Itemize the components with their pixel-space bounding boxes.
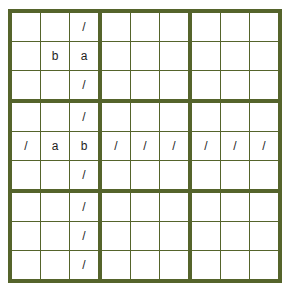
cell-r3c5[interactable] [131,71,159,99]
cell-r6c2[interactable] [41,161,69,189]
cell-value: / [82,111,85,123]
cell-value: / [172,140,175,152]
sudoku-board: /ba///ab////////// [8,9,282,283]
cell-r9c4[interactable] [99,251,130,279]
cell-r8c3[interactable]: / [70,222,98,250]
cell-r7c9[interactable] [250,190,278,221]
cell-value: / [82,169,85,181]
cell-r3c6[interactable] [160,71,188,99]
cell-r5c7[interactable]: / [189,132,220,160]
cell-r4c8[interactable] [221,100,249,131]
cell-r6c4[interactable] [99,161,130,189]
cell-r2c2[interactable]: b [41,42,69,70]
cell-r4c4[interactable] [99,100,130,131]
cell-r7c8[interactable] [221,190,249,221]
cell-r3c1[interactable] [12,71,40,99]
cell-r5c5[interactable]: / [131,132,159,160]
cell-r5c2[interactable]: a [41,132,69,160]
cell-value: / [262,140,265,152]
cell-r8c2[interactable] [41,222,69,250]
cell-r2c9[interactable] [250,42,278,70]
cell-r5c3[interactable]: b [70,132,98,160]
cell-r9c5[interactable] [131,251,159,279]
cell-r9c9[interactable] [250,251,278,279]
cell-r1c2[interactable] [41,13,69,41]
cell-r3c8[interactable] [221,71,249,99]
cell-r7c1[interactable] [12,190,40,221]
cell-r5c4[interactable]: / [99,132,130,160]
cell-value: / [82,230,85,242]
cell-r2c7[interactable] [189,42,220,70]
cell-r9c7[interactable] [189,251,220,279]
cell-r4c6[interactable] [160,100,188,131]
cell-r7c6[interactable] [160,190,188,221]
cell-r3c2[interactable] [41,71,69,99]
cell-r7c2[interactable] [41,190,69,221]
cell-r5c1[interactable]: / [12,132,40,160]
cell-r7c7[interactable] [189,190,220,221]
cell-r3c4[interactable] [99,71,130,99]
cell-value: / [114,140,117,152]
cell-r5c9[interactable]: / [250,132,278,160]
cell-r9c8[interactable] [221,251,249,279]
cell-r5c8[interactable]: / [221,132,249,160]
cell-value: / [82,201,85,213]
cell-r9c1[interactable] [12,251,40,279]
cell-r3c7[interactable] [189,71,220,99]
cell-value: b [52,50,59,62]
cell-r8c7[interactable] [189,222,220,250]
cell-r7c3[interactable]: / [70,190,98,221]
cell-r9c3[interactable]: / [70,251,98,279]
cell-r2c8[interactable] [221,42,249,70]
cell-r1c9[interactable] [250,13,278,41]
cell-r2c1[interactable] [12,42,40,70]
cell-r1c6[interactable] [160,13,188,41]
cell-r8c4[interactable] [99,222,130,250]
cell-value: a [81,50,88,62]
cell-value: / [82,79,85,91]
cell-r3c3[interactable]: / [70,71,98,99]
cell-r6c1[interactable] [12,161,40,189]
cell-r1c1[interactable] [12,13,40,41]
cell-r8c1[interactable] [12,222,40,250]
cell-r7c5[interactable] [131,190,159,221]
cell-r1c5[interactable] [131,13,159,41]
cell-r8c6[interactable] [160,222,188,250]
cell-r9c6[interactable] [160,251,188,279]
cell-value: b [81,140,88,152]
cell-r8c8[interactable] [221,222,249,250]
cell-r8c9[interactable] [250,222,278,250]
cell-value: / [82,21,85,33]
cell-value: / [233,140,236,152]
cell-r6c5[interactable] [131,161,159,189]
cell-r1c8[interactable] [221,13,249,41]
cell-value: / [143,140,146,152]
cell-r6c6[interactable] [160,161,188,189]
cell-value: / [204,140,207,152]
cell-value: / [24,140,27,152]
cell-r6c3[interactable]: / [70,161,98,189]
cell-r4c9[interactable] [250,100,278,131]
cell-r6c9[interactable] [250,161,278,189]
cell-r1c3[interactable]: / [70,13,98,41]
cell-value: / [82,259,85,271]
cell-r7c4[interactable] [99,190,130,221]
cell-r2c4[interactable] [99,42,130,70]
cell-r4c7[interactable] [189,100,220,131]
cell-r6c7[interactable] [189,161,220,189]
cell-r2c5[interactable] [131,42,159,70]
cell-r6c8[interactable] [221,161,249,189]
cell-r5c6[interactable]: / [160,132,188,160]
cell-value: a [52,140,59,152]
cell-r1c7[interactable] [189,13,220,41]
cell-r4c1[interactable] [12,100,40,131]
cell-r1c4[interactable] [99,13,130,41]
cell-r3c9[interactable] [250,71,278,99]
cell-r2c3[interactable]: a [70,42,98,70]
cell-r9c2[interactable] [41,251,69,279]
cell-r2c6[interactable] [160,42,188,70]
cell-r4c5[interactable] [131,100,159,131]
cell-r4c3[interactable]: / [70,100,98,131]
cell-r8c5[interactable] [131,222,159,250]
cell-r4c2[interactable] [41,100,69,131]
